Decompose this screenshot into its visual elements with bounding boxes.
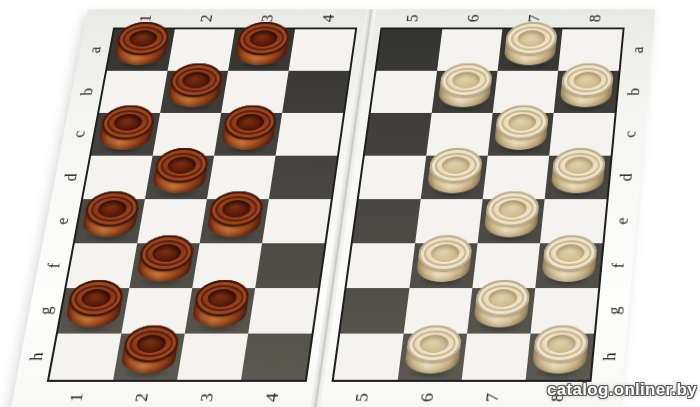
square-b2[interactable] [160, 70, 228, 112]
piece-dark-a3[interactable] [234, 21, 292, 67]
square-e4[interactable] [262, 199, 331, 243]
square-a1[interactable] [107, 29, 175, 70]
square-e5[interactable] [353, 199, 421, 243]
piece-dish [128, 29, 158, 46]
perspective-wrapper: 1234 abcdefgh 1234 5678 abcdefgh 5678 [21, 0, 667, 407]
piece-dish [441, 156, 471, 173]
square-d2[interactable] [145, 155, 214, 198]
piece-dark-c1[interactable] [97, 104, 157, 151]
watermark: catalog.onliner.by [547, 380, 697, 400]
piece-light-g7[interactable] [473, 279, 532, 329]
piece-dish [488, 288, 518, 306]
piece-light-a7[interactable] [503, 21, 559, 67]
piece-dish [517, 29, 546, 46]
square-c4[interactable] [276, 112, 344, 155]
board-half-left: 1234 abcdefgh 1234 [10, 9, 367, 407]
piece-dish [80, 288, 112, 306]
piece-dark-f2[interactable] [135, 234, 196, 284]
square-c3[interactable] [214, 112, 282, 155]
checkers-board: 1234 abcdefgh 1234 5678 abcdefgh 5678 [10, 9, 656, 407]
square-c7[interactable] [488, 112, 554, 155]
play-area-right [331, 27, 624, 381]
square-d6[interactable] [421, 155, 488, 198]
square-c1[interactable] [91, 112, 160, 155]
square-b8[interactable] [554, 70, 619, 112]
piece-dish [546, 334, 577, 352]
square-g7[interactable] [467, 288, 535, 334]
square-f4[interactable] [255, 243, 324, 288]
piece-light-e7[interactable] [483, 190, 541, 239]
board-photo-scene: 1234 abcdefgh 1234 5678 abcdefgh 5678 ca… [0, 0, 700, 407]
piece-light-b6[interactable] [437, 62, 494, 109]
piece-light-d6[interactable] [426, 147, 484, 195]
square-f8[interactable] [535, 243, 602, 288]
piece-dark-b2[interactable] [166, 62, 225, 109]
bottom-number-labels-left: 1234 [41, 383, 306, 407]
piece-light-c7[interactable] [493, 104, 550, 151]
piece-dish [498, 199, 528, 217]
piece-dark-e3[interactable] [205, 190, 265, 239]
square-g5[interactable] [340, 288, 409, 334]
piece-dish [555, 243, 585, 261]
piece-dish [181, 71, 211, 88]
square-a4[interactable] [289, 29, 355, 70]
square-e7[interactable] [478, 199, 545, 243]
top-number-labels-right: 5678 [381, 9, 627, 27]
piece-dish [564, 156, 594, 173]
square-a5[interactable] [377, 29, 443, 70]
piece-dish [573, 71, 602, 88]
square-d8[interactable] [545, 155, 611, 198]
square-d5[interactable] [359, 155, 426, 198]
piece-dark-g3[interactable] [190, 279, 251, 329]
square-b6[interactable] [432, 70, 498, 112]
piece-dark-e1[interactable] [80, 190, 141, 239]
piece-dark-c3[interactable] [220, 104, 279, 151]
square-g3[interactable] [185, 288, 255, 334]
square-f6[interactable] [409, 243, 477, 288]
piece-light-f8[interactable] [541, 234, 598, 284]
piece-dark-a1[interactable] [113, 21, 172, 67]
piece-dish [135, 334, 167, 352]
piece-dark-d2[interactable] [151, 147, 211, 195]
piece-light-d8[interactable] [550, 147, 606, 195]
piece-light-b8[interactable] [559, 62, 615, 109]
square-a7[interactable] [498, 29, 563, 70]
piece-dish [221, 199, 252, 217]
square-e3[interactable] [200, 199, 269, 243]
square-c5[interactable] [365, 112, 432, 155]
piece-dish [235, 113, 265, 130]
piece-dish [97, 199, 128, 217]
piece-dish [419, 334, 450, 352]
piece-dish [430, 243, 460, 261]
square-b5[interactable] [371, 70, 437, 112]
square-f2[interactable] [129, 243, 199, 288]
square-f5[interactable] [347, 243, 416, 288]
piece-dish [113, 113, 144, 130]
square-a3[interactable] [228, 29, 295, 70]
piece-dish [166, 156, 197, 173]
square-e1[interactable] [75, 199, 145, 243]
piece-dark-g1[interactable] [64, 279, 126, 329]
board-half-right: 5678 abcdefgh 5678 [320, 9, 655, 407]
piece-dish [452, 71, 481, 88]
piece-dish [151, 243, 182, 261]
piece-dish [249, 29, 279, 46]
piece-dish [206, 288, 237, 306]
square-b4[interactable] [282, 70, 349, 112]
square-g1[interactable] [58, 288, 129, 334]
piece-dish [507, 113, 536, 130]
square-g4[interactable] [248, 288, 318, 334]
square-d4[interactable] [269, 155, 337, 198]
piece-light-f6[interactable] [415, 234, 474, 284]
